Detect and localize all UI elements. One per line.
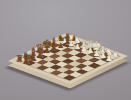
piece-dark-pawn: ♟ (29, 54, 37, 63)
piece-dark-king: ♚ (42, 39, 52, 51)
piece-dark-knight: ♞ (57, 35, 64, 43)
piece-light-knight: ♞ (74, 37, 81, 45)
photo-scene: ♜♟♞♟♝♟♛♟♚♟♝♟♞♟♜♟♜♟♞♟♝♟♛♟♚♟♝♟♞♟♜♟ (0, 0, 131, 100)
piece-light-pawn: ♟ (87, 47, 94, 55)
piece-dark-bishop: ♝ (50, 38, 58, 47)
piece-light-pawn: ♟ (74, 43, 81, 50)
piece-light-knight: ♞ (105, 47, 114, 57)
piece-light-pawn: ♟ (105, 53, 113, 62)
piece-dark-pawn: ♟ (71, 36, 77, 43)
piece-light-king: ♚ (91, 41, 102, 53)
piece-dark-pawn: ♟ (57, 42, 63, 49)
piece-dark-pawn: ♟ (50, 45, 57, 53)
piece-light-queen: ♛ (85, 39, 95, 50)
piece-light-bishop: ♝ (98, 45, 107, 55)
piece-dark-pawn: ♟ (36, 51, 44, 59)
piece-light-pawn: ♟ (93, 49, 100, 57)
piece-light-pawn: ♟ (62, 39, 68, 46)
piece-dark-queen: ♛ (35, 43, 45, 54)
piece-light-pawn: ♟ (99, 51, 107, 59)
piece-light-rook: ♜ (111, 50, 119, 59)
piece-light-rook: ♜ (68, 35, 74, 42)
pieces-layer: ♜♟♞♟♝♟♛♟♚♟♝♟♞♟♜♟♜♟♞♟♝♟♛♟♚♟♝♟♞♟♜♟ (0, 0, 131, 100)
piece-dark-knight: ♞ (22, 50, 31, 60)
piece-dark-bishop: ♝ (29, 47, 38, 57)
piece-dark-pawn: ♟ (22, 57, 30, 66)
piece-dark-pawn: ♟ (43, 48, 50, 56)
piece-light-pawn: ♟ (80, 45, 87, 53)
piece-dark-pawn: ♟ (64, 39, 70, 46)
piece-dark-rook: ♜ (15, 54, 24, 64)
piece-light-bishop: ♝ (80, 38, 88, 47)
piece-light-pawn: ♟ (68, 41, 74, 48)
piece-dark-rook: ♜ (65, 33, 71, 40)
